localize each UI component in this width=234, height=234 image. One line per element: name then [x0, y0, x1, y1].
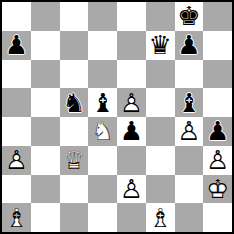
square-h6[interactable]	[203, 60, 232, 89]
square-b8[interactable]	[31, 2, 60, 31]
square-a3[interactable]: ♟♙	[2, 146, 31, 175]
square-d6[interactable]	[88, 60, 117, 89]
square-a8[interactable]	[2, 2, 31, 31]
square-a1[interactable]: ♝♗	[2, 203, 31, 232]
black-pawn-icon[interactable]: ♟	[203, 117, 232, 146]
piece-fill-glyph: ♛	[146, 31, 175, 60]
square-h2[interactable]: ♚♔	[203, 175, 232, 204]
black-pawn-icon[interactable]: ♟	[117, 117, 146, 146]
piece-outline-glyph: ♗	[146, 203, 175, 232]
square-c3[interactable]: ♛♕	[60, 146, 89, 175]
white-pawn-icon[interactable]: ♟♙	[203, 146, 232, 175]
square-d7[interactable]	[88, 31, 117, 60]
white-pawn-icon[interactable]: ♟♙	[117, 175, 146, 204]
white-queen-icon[interactable]: ♛♕	[60, 146, 89, 175]
square-d4[interactable]: ♞♘	[88, 117, 117, 146]
square-a6[interactable]	[2, 60, 31, 89]
square-h3[interactable]: ♟♙	[203, 146, 232, 175]
square-f5[interactable]	[146, 88, 175, 117]
square-a5[interactable]	[2, 88, 31, 117]
square-d2[interactable]	[88, 175, 117, 204]
square-d5[interactable]: ♝	[88, 88, 117, 117]
piece-fill-glyph: ♚	[175, 2, 204, 31]
square-c1[interactable]	[60, 203, 89, 232]
square-d8[interactable]	[88, 2, 117, 31]
piece-outline-glyph: ♙	[117, 175, 146, 204]
square-f8[interactable]	[146, 2, 175, 31]
square-b7[interactable]	[31, 31, 60, 60]
square-c8[interactable]	[60, 2, 89, 31]
square-b6[interactable]	[31, 60, 60, 89]
square-f2[interactable]	[146, 175, 175, 204]
white-bishop-icon[interactable]: ♝♗	[2, 203, 31, 232]
white-king-icon[interactable]: ♚♔	[203, 175, 232, 204]
white-pawn-icon[interactable]: ♟♙	[2, 146, 31, 175]
piece-fill-glyph: ♝	[175, 88, 204, 117]
square-g7[interactable]: ♟	[175, 31, 204, 60]
chessboard: ♚♟♛♟♞♝♟♙♝♞♘♟♟♙♟♟♙♛♕♟♙♟♙♚♔♝♗♝♗	[2, 2, 232, 232]
square-f6[interactable]	[146, 60, 175, 89]
square-e7[interactable]	[117, 31, 146, 60]
piece-outline-glyph: ♙	[2, 146, 31, 175]
piece-fill-glyph: ♞	[60, 88, 89, 117]
piece-outline-glyph: ♙	[203, 146, 232, 175]
square-c7[interactable]	[60, 31, 89, 60]
square-h7[interactable]	[203, 31, 232, 60]
square-e4[interactable]: ♟	[117, 117, 146, 146]
square-b5[interactable]	[31, 88, 60, 117]
square-f1[interactable]: ♝♗	[146, 203, 175, 232]
square-e3[interactable]	[117, 146, 146, 175]
square-g3[interactable]	[175, 146, 204, 175]
piece-fill-glyph: ♟	[117, 117, 146, 146]
white-knight-icon[interactable]: ♞♘	[88, 117, 117, 146]
square-e5[interactable]: ♟♙	[117, 88, 146, 117]
chessboard-frame: ♚♟♛♟♞♝♟♙♝♞♘♟♟♙♟♟♙♛♕♟♙♟♙♚♔♝♗♝♗	[0, 0, 234, 234]
piece-fill-glyph: ♟	[175, 31, 204, 60]
piece-fill-glyph: ♟	[203, 117, 232, 146]
square-f7[interactable]: ♛	[146, 31, 175, 60]
square-g5[interactable]: ♝	[175, 88, 204, 117]
square-d1[interactable]	[88, 203, 117, 232]
square-h1[interactable]	[203, 203, 232, 232]
square-f4[interactable]	[146, 117, 175, 146]
square-e2[interactable]: ♟♙	[117, 175, 146, 204]
square-d3[interactable]	[88, 146, 117, 175]
piece-outline-glyph: ♕	[60, 146, 89, 175]
piece-outline-glyph: ♔	[203, 175, 232, 204]
square-c6[interactable]	[60, 60, 89, 89]
black-knight-icon[interactable]: ♞	[60, 88, 89, 117]
square-e6[interactable]	[117, 60, 146, 89]
square-c5[interactable]: ♞	[60, 88, 89, 117]
square-b4[interactable]	[31, 117, 60, 146]
black-pawn-icon[interactable]: ♟	[2, 31, 31, 60]
square-c2[interactable]	[60, 175, 89, 204]
white-bishop-icon[interactable]: ♝♗	[146, 203, 175, 232]
black-pawn-icon[interactable]: ♟	[175, 31, 204, 60]
square-g8[interactable]: ♚	[175, 2, 204, 31]
piece-outline-glyph: ♘	[88, 117, 117, 146]
black-queen-icon[interactable]: ♛	[146, 31, 175, 60]
square-c4[interactable]	[60, 117, 89, 146]
square-g2[interactable]	[175, 175, 204, 204]
square-g1[interactable]	[175, 203, 204, 232]
square-b3[interactable]	[31, 146, 60, 175]
square-a4[interactable]	[2, 117, 31, 146]
square-b2[interactable]	[31, 175, 60, 204]
piece-outline-glyph: ♙	[175, 117, 204, 146]
square-g6[interactable]	[175, 60, 204, 89]
square-e8[interactable]	[117, 2, 146, 31]
piece-fill-glyph: ♝	[88, 88, 117, 117]
square-h5[interactable]	[203, 88, 232, 117]
square-f3[interactable]	[146, 146, 175, 175]
black-king-icon[interactable]: ♚	[175, 2, 204, 31]
black-bishop-icon[interactable]: ♝	[88, 88, 117, 117]
square-a2[interactable]	[2, 175, 31, 204]
piece-outline-glyph: ♙	[117, 88, 146, 117]
square-h4[interactable]: ♟	[203, 117, 232, 146]
white-pawn-icon[interactable]: ♟♙	[117, 88, 146, 117]
square-h8[interactable]	[203, 2, 232, 31]
piece-fill-glyph: ♟	[2, 31, 31, 60]
square-a7[interactable]: ♟	[2, 31, 31, 60]
piece-outline-glyph: ♗	[2, 203, 31, 232]
square-b1[interactable]	[31, 203, 60, 232]
white-pawn-icon[interactable]: ♟♙	[175, 117, 204, 146]
black-bishop-icon[interactable]: ♝	[175, 88, 204, 117]
square-g4[interactable]: ♟♙	[175, 117, 204, 146]
square-e1[interactable]	[117, 203, 146, 232]
